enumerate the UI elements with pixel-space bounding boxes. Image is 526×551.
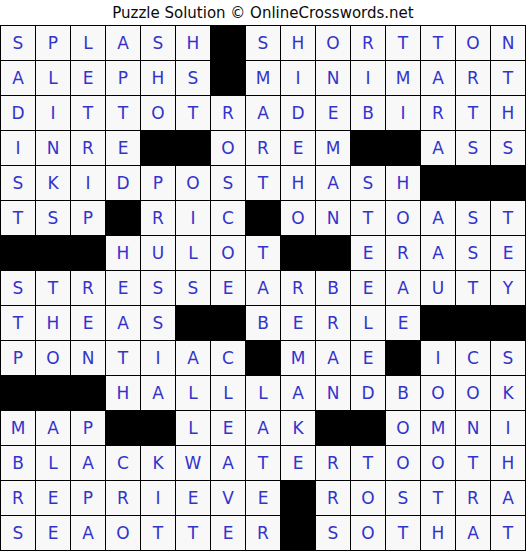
cell-r9c2: H [36,306,70,340]
cell-r5c11: S [351,166,385,200]
cell-r4c3: R [71,131,105,165]
cell-r2c5: H [141,61,175,95]
black-cell-r12c4 [106,411,140,445]
cell-r7c7: O [211,236,245,270]
cell-r10c9: M [281,341,315,375]
black-cell-r10c12 [386,341,420,375]
cell-r6c5: R [141,201,175,235]
cell-r4c9: E [281,131,315,165]
cell-r11c6: L [176,376,210,410]
cell-r15c14: A [456,516,490,550]
cell-r5c8: T [246,166,280,200]
cell-r8c15: Y [491,271,525,305]
cell-r11c4: H [106,376,140,410]
cell-r1c2: P [36,26,70,60]
cell-r3c6: T [176,96,210,130]
cell-r9c4: A [106,306,140,340]
cell-r13c2: L [36,446,70,480]
black-cell-r1c7 [211,26,245,60]
black-cell-r12c5 [141,411,175,445]
cell-r7c13: A [421,236,455,270]
black-cell-r7c3 [71,236,105,270]
puzzle-solution-page: Puzzle Solution © OnlineCrosswords.net S… [0,0,526,551]
cell-r11c14: O [456,376,490,410]
cell-r7c12: R [386,236,420,270]
cell-r3c8: A [246,96,280,130]
cell-r14c4: R [106,481,140,515]
cell-r6c2: S [36,201,70,235]
cell-r8c1: S [1,271,35,305]
cell-r6c10: N [316,201,350,235]
cell-r3c9: D [281,96,315,130]
cell-r12c3: P [71,411,105,445]
cell-r12c6: L [176,411,210,445]
black-cell-r6c8 [246,201,280,235]
black-cell-r11c1 [1,376,35,410]
cell-r2c3: E [71,61,105,95]
black-cell-r15c9 [281,516,315,550]
cell-r10c14: C [456,341,490,375]
cell-r4c7: O [211,131,245,165]
cell-r15c12: T [386,516,420,550]
cell-r13c5: K [141,446,175,480]
cell-r11c5: A [141,376,175,410]
cell-r4c15: S [491,131,525,165]
black-cell-r11c2 [36,376,70,410]
cell-r8c7: E [211,271,245,305]
cell-r3c7: R [211,96,245,130]
cell-r8c13: U [421,271,455,305]
cell-r12c2: A [36,411,70,445]
cell-r10c13: I [421,341,455,375]
cell-r10c3: N [71,341,105,375]
cell-r2c12: M [386,61,420,95]
cell-r2c10: N [316,61,350,95]
black-cell-r6c4 [106,201,140,235]
cell-r14c12: S [386,481,420,515]
cell-r11c7: L [211,376,245,410]
cell-r15c13: H [421,516,455,550]
cell-r10c11: E [351,341,385,375]
black-cell-r4c6 [176,131,210,165]
cell-r2c9: I [281,61,315,95]
cell-r6c13: A [421,201,455,235]
cell-r10c15: S [491,341,525,375]
cell-r14c3: P [71,481,105,515]
cell-r14c13: T [421,481,455,515]
cell-r14c14: R [456,481,490,515]
cell-r11c12: B [386,376,420,410]
cell-r12c13: M [421,411,455,445]
black-cell-r2c7 [211,61,245,95]
cell-r4c13: A [421,131,455,165]
cell-r8c8: A [246,271,280,305]
cell-r6c15: T [491,201,525,235]
cell-r5c4: D [106,166,140,200]
cell-r15c11: O [351,516,385,550]
black-cell-r12c11 [351,411,385,445]
cell-r13c3: A [71,446,105,480]
black-cell-r9c15 [491,306,525,340]
black-cell-r5c13 [421,166,455,200]
cell-r5c10: A [316,166,350,200]
cell-r13c13: O [421,446,455,480]
cell-r10c1: P [1,341,35,375]
cell-r2c11: I [351,61,385,95]
cell-r6c14: S [456,201,490,235]
cell-r6c11: T [351,201,385,235]
cell-r5c2: K [36,166,70,200]
cell-r1c15: N [491,26,525,60]
cell-r12c12: O [386,411,420,445]
black-cell-r5c15 [491,166,525,200]
cell-r13c12: O [386,446,420,480]
cell-r12c7: E [211,411,245,445]
cell-r3c2: I [36,96,70,130]
cell-r5c3: I [71,166,105,200]
cell-r1c8: S [246,26,280,60]
cell-r10c5: I [141,341,175,375]
cell-r9c1: T [1,306,35,340]
cell-r2c15: T [491,61,525,95]
cell-r13c6: W [176,446,210,480]
crossword-grid: SPLASHSHORTTONALEPHSMINIMARTDITTOTRADEBI… [0,25,526,551]
cell-r2c13: A [421,61,455,95]
cell-r3c5: O [141,96,175,130]
cell-r15c6: T [176,516,210,550]
cell-r2c14: R [456,61,490,95]
cell-r15c10: S [316,516,350,550]
cell-r8c14: T [456,271,490,305]
cell-r1c9: H [281,26,315,60]
cell-r4c2: N [36,131,70,165]
cell-r10c6: A [176,341,210,375]
cell-r12c14: N [456,411,490,445]
cell-r11c13: O [421,376,455,410]
cell-r9c5: S [141,306,175,340]
cell-r15c7: E [211,516,245,550]
cell-r11c9: A [281,376,315,410]
cell-r12c1: M [1,411,35,445]
black-cell-r5c14 [456,166,490,200]
cell-r2c2: L [36,61,70,95]
cell-r15c1: S [1,516,35,550]
cell-r2c1: A [1,61,35,95]
black-cell-r11c3 [71,376,105,410]
black-cell-r7c2 [36,236,70,270]
page-title: Puzzle Solution © OnlineCrosswords.net [0,0,526,25]
cell-r3c15: H [491,96,525,130]
cell-r15c4: O [106,516,140,550]
cell-r5c5: P [141,166,175,200]
cell-r1c5: S [141,26,175,60]
cell-r8c5: S [141,271,175,305]
black-cell-r7c9 [281,236,315,270]
cell-r5c9: H [281,166,315,200]
cell-r9c10: R [316,306,350,340]
cell-r6c9: O [281,201,315,235]
cell-r2c4: P [106,61,140,95]
cell-r6c1: T [1,201,35,235]
cell-r15c15: T [491,516,525,550]
black-cell-r9c6 [176,306,210,340]
cell-r12c8: A [246,411,280,445]
black-cell-r7c1 [1,236,35,270]
cell-r7c15: E [491,236,525,270]
cell-r8c12: A [386,271,420,305]
cell-r13c4: C [106,446,140,480]
cell-r1c4: A [106,26,140,60]
cell-r10c2: O [36,341,70,375]
cell-r9c8: B [246,306,280,340]
cell-r8c2: T [36,271,70,305]
cell-r6c7: C [211,201,245,235]
cell-r8c3: R [71,271,105,305]
black-cell-r4c5 [141,131,175,165]
cell-r9c11: L [351,306,385,340]
cell-r8c6: S [176,271,210,305]
cell-r15c2: E [36,516,70,550]
cell-r1c12: T [386,26,420,60]
cell-r3c4: T [106,96,140,130]
cell-r1c13: T [421,26,455,60]
cell-r13c7: A [211,446,245,480]
black-cell-r4c12 [386,131,420,165]
cell-r3c14: T [456,96,490,130]
cell-r1c6: H [176,26,210,60]
cell-r14c7: V [211,481,245,515]
cell-r4c10: M [316,131,350,165]
cell-r4c1: I [1,131,35,165]
cell-r14c11: O [351,481,385,515]
cell-r8c9: R [281,271,315,305]
cell-r10c10: A [316,341,350,375]
cell-r15c5: T [141,516,175,550]
cell-r7c8: T [246,236,280,270]
cell-r1c1: S [1,26,35,60]
cell-r7c14: S [456,236,490,270]
cell-r11c8: L [246,376,280,410]
cell-r15c3: A [71,516,105,550]
cell-r3c13: R [421,96,455,130]
cell-r11c15: K [491,376,525,410]
cell-r6c3: P [71,201,105,235]
black-cell-r7c10 [316,236,350,270]
cell-r1c10: O [316,26,350,60]
black-cell-r10c8 [246,341,280,375]
cell-r9c3: E [71,306,105,340]
cell-r5c7: S [211,166,245,200]
cell-r13c9: E [281,446,315,480]
cell-r4c4: E [106,131,140,165]
cell-r5c12: H [386,166,420,200]
cell-r11c11: D [351,376,385,410]
cell-r3c1: D [1,96,35,130]
cell-r6c6: I [176,201,210,235]
cell-r14c15: A [491,481,525,515]
cell-r14c2: E [36,481,70,515]
cell-r11c10: N [316,376,350,410]
cell-r12c15: I [491,411,525,445]
cell-r14c8: E [246,481,280,515]
cell-r6c12: O [386,201,420,235]
cell-r13c11: T [351,446,385,480]
cell-r13c8: T [246,446,280,480]
cell-r13c14: T [456,446,490,480]
black-cell-r12c10 [316,411,350,445]
cell-r8c4: E [106,271,140,305]
cell-r14c10: R [316,481,350,515]
cell-r13c1: B [1,446,35,480]
cell-r10c4: T [106,341,140,375]
cell-r14c5: I [141,481,175,515]
black-cell-r9c14 [456,306,490,340]
cell-r10c7: C [211,341,245,375]
cell-r14c6: E [176,481,210,515]
cell-r12c9: K [281,411,315,445]
cell-r3c10: E [316,96,350,130]
cell-r3c11: B [351,96,385,130]
cell-r15c8: R [246,516,280,550]
cell-r7c6: L [176,236,210,270]
cell-r2c6: S [176,61,210,95]
cell-r8c11: E [351,271,385,305]
cell-r4c8: R [246,131,280,165]
cell-r5c6: O [176,166,210,200]
cell-r1c14: O [456,26,490,60]
cell-r3c3: T [71,96,105,130]
cell-r7c4: H [106,236,140,270]
cell-r7c5: U [141,236,175,270]
black-cell-r9c7 [211,306,245,340]
cell-r1c3: L [71,26,105,60]
cell-r7c11: E [351,236,385,270]
black-cell-r14c9 [281,481,315,515]
cell-r4c14: S [456,131,490,165]
black-cell-r9c13 [421,306,455,340]
black-cell-r4c11 [351,131,385,165]
cell-r13c15: H [491,446,525,480]
cell-r13c10: R [316,446,350,480]
cell-r2c8: M [246,61,280,95]
cell-r9c9: E [281,306,315,340]
cell-r1c11: R [351,26,385,60]
cell-r5c1: S [1,166,35,200]
cell-r9c12: E [386,306,420,340]
cell-r14c1: R [1,481,35,515]
cell-r8c10: B [316,271,350,305]
cell-r3c12: I [386,96,420,130]
